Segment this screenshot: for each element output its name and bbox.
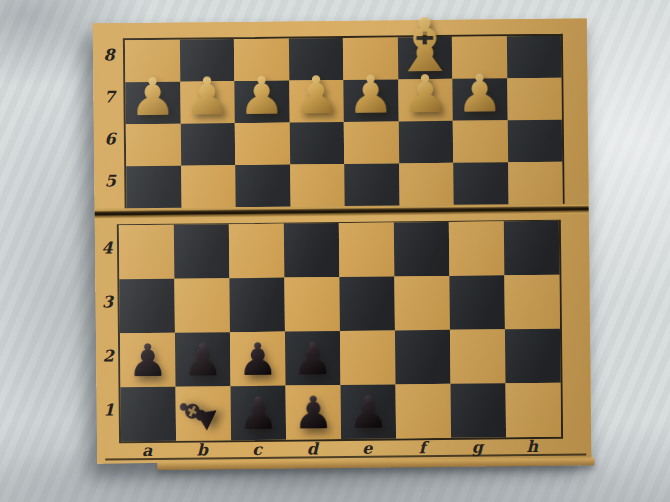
square-a4[interactable] [119,225,175,280]
rank-label-7: 7 [99,87,119,106]
square-b1[interactable]: ♝ [176,386,232,441]
square-h3[interactable] [504,275,560,330]
square-a7[interactable]: ♟ [125,82,180,125]
piece-white-pawn-f7[interactable]: ♟ [402,68,449,120]
piece-white-pawn-a7[interactable]: ♟ [129,71,176,123]
square-g6[interactable] [453,120,508,163]
square-c3[interactable] [229,278,285,333]
square-f3[interactable] [394,276,450,331]
rank-label-2: 2 [98,346,118,365]
square-h1[interactable] [505,383,561,438]
square-g4[interactable] [449,221,505,276]
square-e2[interactable] [340,330,396,385]
rank-label-3: 3 [98,292,118,311]
chess-board: ♝♟♟♟♟♟♟♟ 8765 ♟♟♟♟♝♟♟♟ abcdefgh 4321 [93,18,592,463]
photo-scene: ♝♟♟♟♟♟♟♟ 8765 ♟♟♟♟♝♟♟♟ abcdefgh 4321 [0,0,670,502]
square-b7[interactable]: ♟ [180,81,235,124]
piece-black-pawn-c1[interactable]: ♟ [238,391,279,436]
square-c2[interactable]: ♟ [230,332,286,387]
rank-label-4: 4 [97,238,117,257]
square-c4[interactable] [229,224,285,279]
squares-ranks-8-to-5: ♝♟♟♟♟♟♟♟ [123,34,565,209]
square-h8[interactable] [506,36,561,79]
piece-white-pawn-b7[interactable]: ♟ [184,70,231,122]
piece-black-pawn-b2[interactable]: ♟ [182,337,223,382]
square-c7[interactable]: ♟ [234,81,289,124]
rank-label-8: 8 [99,45,119,64]
square-h7[interactable] [507,78,562,121]
square-e1[interactable]: ♟ [341,384,397,439]
square-a3[interactable] [119,279,175,334]
piece-black-pawn-e1[interactable]: ♟ [348,390,389,435]
square-c5[interactable] [235,165,290,208]
square-b3[interactable] [174,278,230,333]
square-f6[interactable] [398,121,453,164]
square-h4[interactable] [504,221,560,276]
square-e7[interactable]: ♟ [343,79,398,122]
square-d7[interactable]: ♟ [289,80,344,123]
square-g3[interactable] [449,275,505,330]
square-d4[interactable] [284,223,340,278]
square-g5[interactable] [453,162,508,205]
square-e5[interactable] [344,163,399,206]
square-d5[interactable] [290,164,345,207]
square-g7[interactable]: ♟ [452,78,507,121]
piece-black-pawn-c2[interactable]: ♟ [237,337,278,382]
square-d6[interactable] [289,122,344,165]
piece-black-pawn-d1[interactable]: ♟ [293,390,334,435]
square-h6[interactable] [507,120,562,163]
square-a6[interactable] [126,124,181,167]
square-d2[interactable]: ♟ [285,331,341,386]
square-h2[interactable] [505,329,561,384]
square-d1[interactable]: ♟ [286,385,342,440]
squares-ranks-4-to-1: ♟♟♟♟♝♟♟♟ [117,220,563,444]
square-b5[interactable] [181,165,236,208]
square-b2[interactable]: ♟ [175,332,231,387]
rank-label-5: 5 [100,171,120,190]
square-a2[interactable]: ♟ [120,333,176,388]
rank-label-1: 1 [99,400,119,419]
square-f1[interactable] [396,384,452,439]
square-c1[interactable]: ♟ [231,386,287,441]
piece-white-pawn-d7[interactable]: ♟ [293,69,340,121]
piece-white-pawn-e7[interactable]: ♟ [347,68,394,120]
square-f5[interactable] [399,163,454,206]
square-f7[interactable]: ♟ [398,79,453,122]
square-b6[interactable] [180,123,235,166]
square-b4[interactable] [174,224,230,279]
piece-white-pawn-c7[interactable]: ♟ [238,70,285,122]
square-h5[interactable] [508,162,563,205]
rank-label-6: 6 [100,129,120,148]
piece-black-pawn-a2[interactable]: ♟ [127,338,168,383]
square-g2[interactable] [450,329,506,384]
square-f2[interactable] [395,330,451,385]
piece-black-pawn-d2[interactable]: ♟ [292,336,333,381]
square-e4[interactable] [339,222,395,277]
square-e3[interactable] [339,276,395,331]
square-d3[interactable] [284,277,340,332]
board-top-half: ♝♟♟♟♟♟♟♟ 8765 [93,18,589,209]
square-c6[interactable] [235,123,290,166]
square-g1[interactable] [451,383,507,438]
square-a5[interactable] [126,166,181,209]
square-f4[interactable] [394,222,450,277]
piece-white-pawn-g7[interactable]: ♟ [456,67,503,119]
board-bottom-half: ♟♟♟♟♝♟♟♟ abcdefgh 4321 [95,213,592,463]
square-e6[interactable] [344,121,399,164]
